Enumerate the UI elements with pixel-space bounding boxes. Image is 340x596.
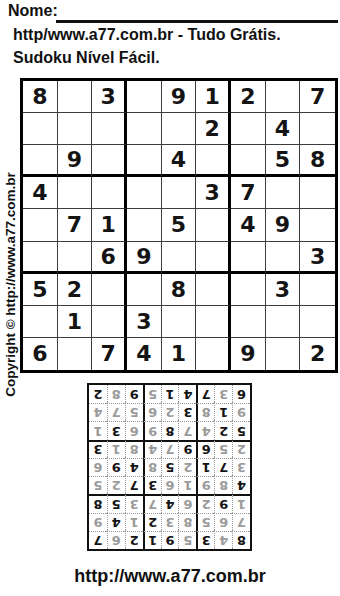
cell-r6c3[interactable]: 6 [92, 242, 127, 274]
solution-cell-r2c2: 6 [214, 513, 232, 531]
footer-url: http://www.a77.com.br [0, 566, 340, 587]
solution-cell-r2c4: 8 [178, 513, 196, 531]
solution-cell-r8c3: 8 [196, 403, 214, 421]
solution-cell-r7c3: 4 [196, 421, 214, 439]
solution-cell-r9c5: 1 [161, 385, 179, 403]
cell-r1c1[interactable]: 8 [23, 81, 58, 113]
cell-r9c6[interactable] [196, 338, 231, 370]
cell-r4c4[interactable] [127, 177, 162, 209]
cell-r3c9[interactable]: 8 [300, 145, 335, 177]
solution-cell-r2c7: 1 [125, 513, 143, 531]
cell-r8c3[interactable] [92, 306, 127, 338]
solution-cell-r6c5: 7 [161, 440, 179, 458]
cell-r9c8[interactable] [266, 338, 301, 370]
cell-r2c9[interactable] [300, 113, 335, 145]
solution-cell-r2c8: 4 [107, 513, 125, 531]
cell-r4c2[interactable] [58, 177, 93, 209]
solution-cell-r7c6: 9 [143, 421, 161, 439]
cell-r1c2[interactable] [58, 81, 93, 113]
cell-r3c3[interactable] [92, 145, 127, 177]
cell-r8c2[interactable]: 1 [58, 306, 93, 338]
copyright-vertical-text: Copyright © http://www.a77.com.br [3, 137, 20, 432]
cell-r9c5[interactable]: 1 [162, 338, 197, 370]
solution-cell-r6c4: 9 [178, 440, 196, 458]
solution-cell-r8c7: 5 [125, 403, 143, 421]
cell-r8c4[interactable]: 3 [127, 306, 162, 338]
solution-cell-r4c7: 7 [125, 476, 143, 494]
solution-cell-r3c3: 2 [196, 494, 214, 512]
solution-cell-r1c7: 2 [125, 531, 143, 549]
cell-r1c6[interactable]: 1 [196, 81, 231, 113]
solution-cell-r2c5: 3 [161, 513, 179, 531]
solution-cell-r8c1: 9 [232, 403, 250, 421]
solution-cell-r1c2: 4 [214, 531, 232, 549]
cell-r2c3[interactable] [92, 113, 127, 145]
cell-r3c1[interactable] [23, 145, 58, 177]
solution-cell-r2c1: 7 [232, 513, 250, 531]
cell-r7c4[interactable] [127, 274, 162, 306]
solution-cell-r6c8: 1 [107, 440, 125, 458]
solution-cell-r7c5: 8 [161, 421, 179, 439]
solution-cell-r5c8: 9 [107, 458, 125, 476]
solution-cell-r7c1: 5 [232, 421, 250, 439]
cell-r1c9[interactable]: 7 [300, 81, 335, 113]
solution-cell-r2c6: 2 [143, 513, 161, 531]
cell-r3c6[interactable] [196, 145, 231, 177]
cell-r2c8[interactable]: 4 [266, 113, 301, 145]
cell-r2c4[interactable] [127, 113, 162, 145]
solution-cell-r1c5: 9 [161, 531, 179, 549]
cell-r2c6[interactable]: 2 [196, 113, 231, 145]
solution-cell-r1c6: 1 [143, 531, 161, 549]
solution-cell-r3c8: 5 [107, 494, 125, 512]
sudoku-solution-grid-upside-down: 8435912677658321491926473584891637253712… [87, 383, 252, 551]
solution-cell-r3c1: 1 [232, 494, 250, 512]
solution-cell-r5c3: 1 [196, 458, 214, 476]
cell-r9c3[interactable]: 7 [92, 338, 127, 370]
solution-cell-r5c4: 2 [178, 458, 196, 476]
solution-cell-r4c1: 4 [232, 476, 250, 494]
solution-cell-r6c3: 6 [196, 440, 214, 458]
solution-cell-r8c6: 6 [143, 403, 161, 421]
cell-r6c1[interactable] [23, 242, 58, 274]
solution-cell-r9c4: 4 [178, 385, 196, 403]
cell-r5c8[interactable]: 9 [266, 209, 301, 241]
solution-cell-r1c1: 8 [232, 531, 250, 549]
cell-r3c5[interactable]: 4 [162, 145, 197, 177]
cell-r3c7[interactable] [231, 145, 266, 177]
cell-r7c8[interactable]: 3 [266, 274, 301, 306]
solution-cell-r3c2: 9 [214, 494, 232, 512]
solution-cell-r5c7: 4 [125, 458, 143, 476]
cell-r3c4[interactable] [127, 145, 162, 177]
page-title: Sudoku Nível Fácil. [13, 49, 160, 67]
solution-cell-r4c5: 6 [161, 476, 179, 494]
solution-cell-r8c5: 2 [161, 403, 179, 421]
solution-cell-r6c1: 2 [232, 440, 250, 458]
solution-cell-r3c5: 4 [161, 494, 179, 512]
cell-r4c9[interactable] [300, 177, 335, 209]
solution-cell-r6c6: 4 [143, 440, 161, 458]
cell-r5c9[interactable] [300, 209, 335, 241]
cell-r1c7[interactable]: 2 [231, 81, 266, 113]
cell-r7c1[interactable]: 5 [23, 274, 58, 306]
cell-r2c2[interactable] [58, 113, 93, 145]
solution-cell-r4c9: 5 [89, 476, 107, 494]
cell-r9c1[interactable]: 6 [23, 338, 58, 370]
cell-r5c4[interactable] [127, 209, 162, 241]
site-header: http/www.a77.com.br - Tudo Grátis. [13, 26, 281, 44]
solution-cell-r2c3: 5 [196, 513, 214, 531]
solution-cell-r9c3: 7 [196, 385, 214, 403]
solution-cell-r4c2: 8 [214, 476, 232, 494]
solution-cell-r4c3: 9 [196, 476, 214, 494]
solution-cell-r3c4: 6 [178, 494, 196, 512]
solution-cell-r8c9: 4 [89, 403, 107, 421]
solution-cell-r3c7: 3 [125, 494, 143, 512]
solution-cell-r4c6: 3 [143, 476, 161, 494]
cell-r9c9[interactable]: 2 [300, 338, 335, 370]
solution-cell-r5c2: 7 [214, 458, 232, 476]
solution-cell-r9c6: 5 [143, 385, 161, 403]
cell-r4c7[interactable]: 7 [231, 177, 266, 209]
cell-r6c6[interactable] [196, 242, 231, 274]
cell-r8c5[interactable] [162, 306, 197, 338]
cell-r7c2[interactable]: 2 [58, 274, 93, 306]
cell-r6c7[interactable] [231, 242, 266, 274]
cell-r4c3[interactable] [92, 177, 127, 209]
cell-r6c2[interactable] [58, 242, 93, 274]
solution-cell-r1c8: 6 [107, 531, 125, 549]
solution-cell-r7c9: 1 [89, 421, 107, 439]
name-label: Nome: [8, 2, 58, 20]
solution-cell-r7c2: 2 [214, 421, 232, 439]
solution-cell-r9c7: 9 [125, 385, 143, 403]
solution-cell-r5c6: 8 [143, 458, 161, 476]
cell-r1c8[interactable] [266, 81, 301, 113]
solution-cell-r9c9: 2 [89, 385, 107, 403]
cell-r2c5[interactable] [162, 113, 197, 145]
solution-cell-r1c9: 7 [89, 531, 107, 549]
solution-cell-r2c9: 9 [89, 513, 107, 531]
cell-r5c3[interactable]: 1 [92, 209, 127, 241]
cell-r3c8[interactable]: 5 [266, 145, 301, 177]
cell-r8c1[interactable] [23, 306, 58, 338]
solution-cell-r3c9: 8 [89, 494, 107, 512]
solution-cell-r8c4: 3 [178, 403, 196, 421]
cell-r8c7[interactable] [231, 306, 266, 338]
solution-cell-r1c3: 3 [196, 531, 214, 549]
cell-r1c5[interactable]: 9 [162, 81, 197, 113]
cell-r5c2[interactable]: 7 [58, 209, 93, 241]
cell-r7c3[interactable] [92, 274, 127, 306]
cell-r7c6[interactable] [196, 274, 231, 306]
solution-cell-r8c2: 1 [214, 403, 232, 421]
solution-cell-r6c2: 5 [214, 440, 232, 458]
solution-cell-r9c8: 8 [107, 385, 125, 403]
cell-r6c5[interactable] [162, 242, 197, 274]
cell-r8c8[interactable] [266, 306, 301, 338]
cell-r2c7[interactable] [231, 113, 266, 145]
solution-cell-r5c9: 6 [89, 458, 107, 476]
sudoku-puzzle-grid: 83912724945843771549693528313674192 [20, 78, 338, 373]
cell-r4c5[interactable] [162, 177, 197, 209]
solution-cell-r9c2: 3 [214, 385, 232, 403]
cell-r5c6[interactable] [196, 209, 231, 241]
cell-r4c6[interactable]: 3 [196, 177, 231, 209]
cell-r7c9[interactable] [300, 274, 335, 306]
solution-cell-r3c6: 7 [143, 494, 161, 512]
cell-r1c4[interactable] [127, 81, 162, 113]
cell-r4c8[interactable] [266, 177, 301, 209]
solution-cell-r6c9: 3 [89, 440, 107, 458]
name-blank-line[interactable] [56, 20, 338, 23]
cell-r5c5[interactable]: 5 [162, 209, 197, 241]
cell-r9c7[interactable]: 9 [231, 338, 266, 370]
cell-r9c4[interactable]: 4 [127, 338, 162, 370]
cell-r6c4[interactable]: 9 [127, 242, 162, 274]
cell-r5c1[interactable] [23, 209, 58, 241]
solution-cell-r5c1: 3 [232, 458, 250, 476]
cell-r2c1[interactable] [23, 113, 58, 145]
cell-r6c8[interactable] [266, 242, 301, 274]
cell-r6c9[interactable]: 3 [300, 242, 335, 274]
solution-cell-r7c7: 6 [125, 421, 143, 439]
solution-cell-r4c4: 1 [178, 476, 196, 494]
solution-cell-r7c8: 3 [107, 421, 125, 439]
cell-r1c3[interactable]: 3 [92, 81, 127, 113]
solution-cell-r7c4: 7 [178, 421, 196, 439]
cell-r8c6[interactable] [196, 306, 231, 338]
cell-r7c7[interactable] [231, 274, 266, 306]
cell-r9c2[interactable] [58, 338, 93, 370]
cell-r8c9[interactable] [300, 306, 335, 338]
cell-r5c7[interactable]: 4 [231, 209, 266, 241]
cell-r3c2[interactable]: 9 [58, 145, 93, 177]
solution-cell-r6c7: 8 [125, 440, 143, 458]
solution-cell-r1c4: 5 [178, 531, 196, 549]
solution-cell-r8c8: 7 [107, 403, 125, 421]
solution-cell-r4c8: 2 [107, 476, 125, 494]
cell-r7c5[interactable]: 8 [162, 274, 197, 306]
solution-cell-r5c5: 5 [161, 458, 179, 476]
solution-cell-r9c1: 6 [232, 385, 250, 403]
cell-r4c1[interactable]: 4 [23, 177, 58, 209]
